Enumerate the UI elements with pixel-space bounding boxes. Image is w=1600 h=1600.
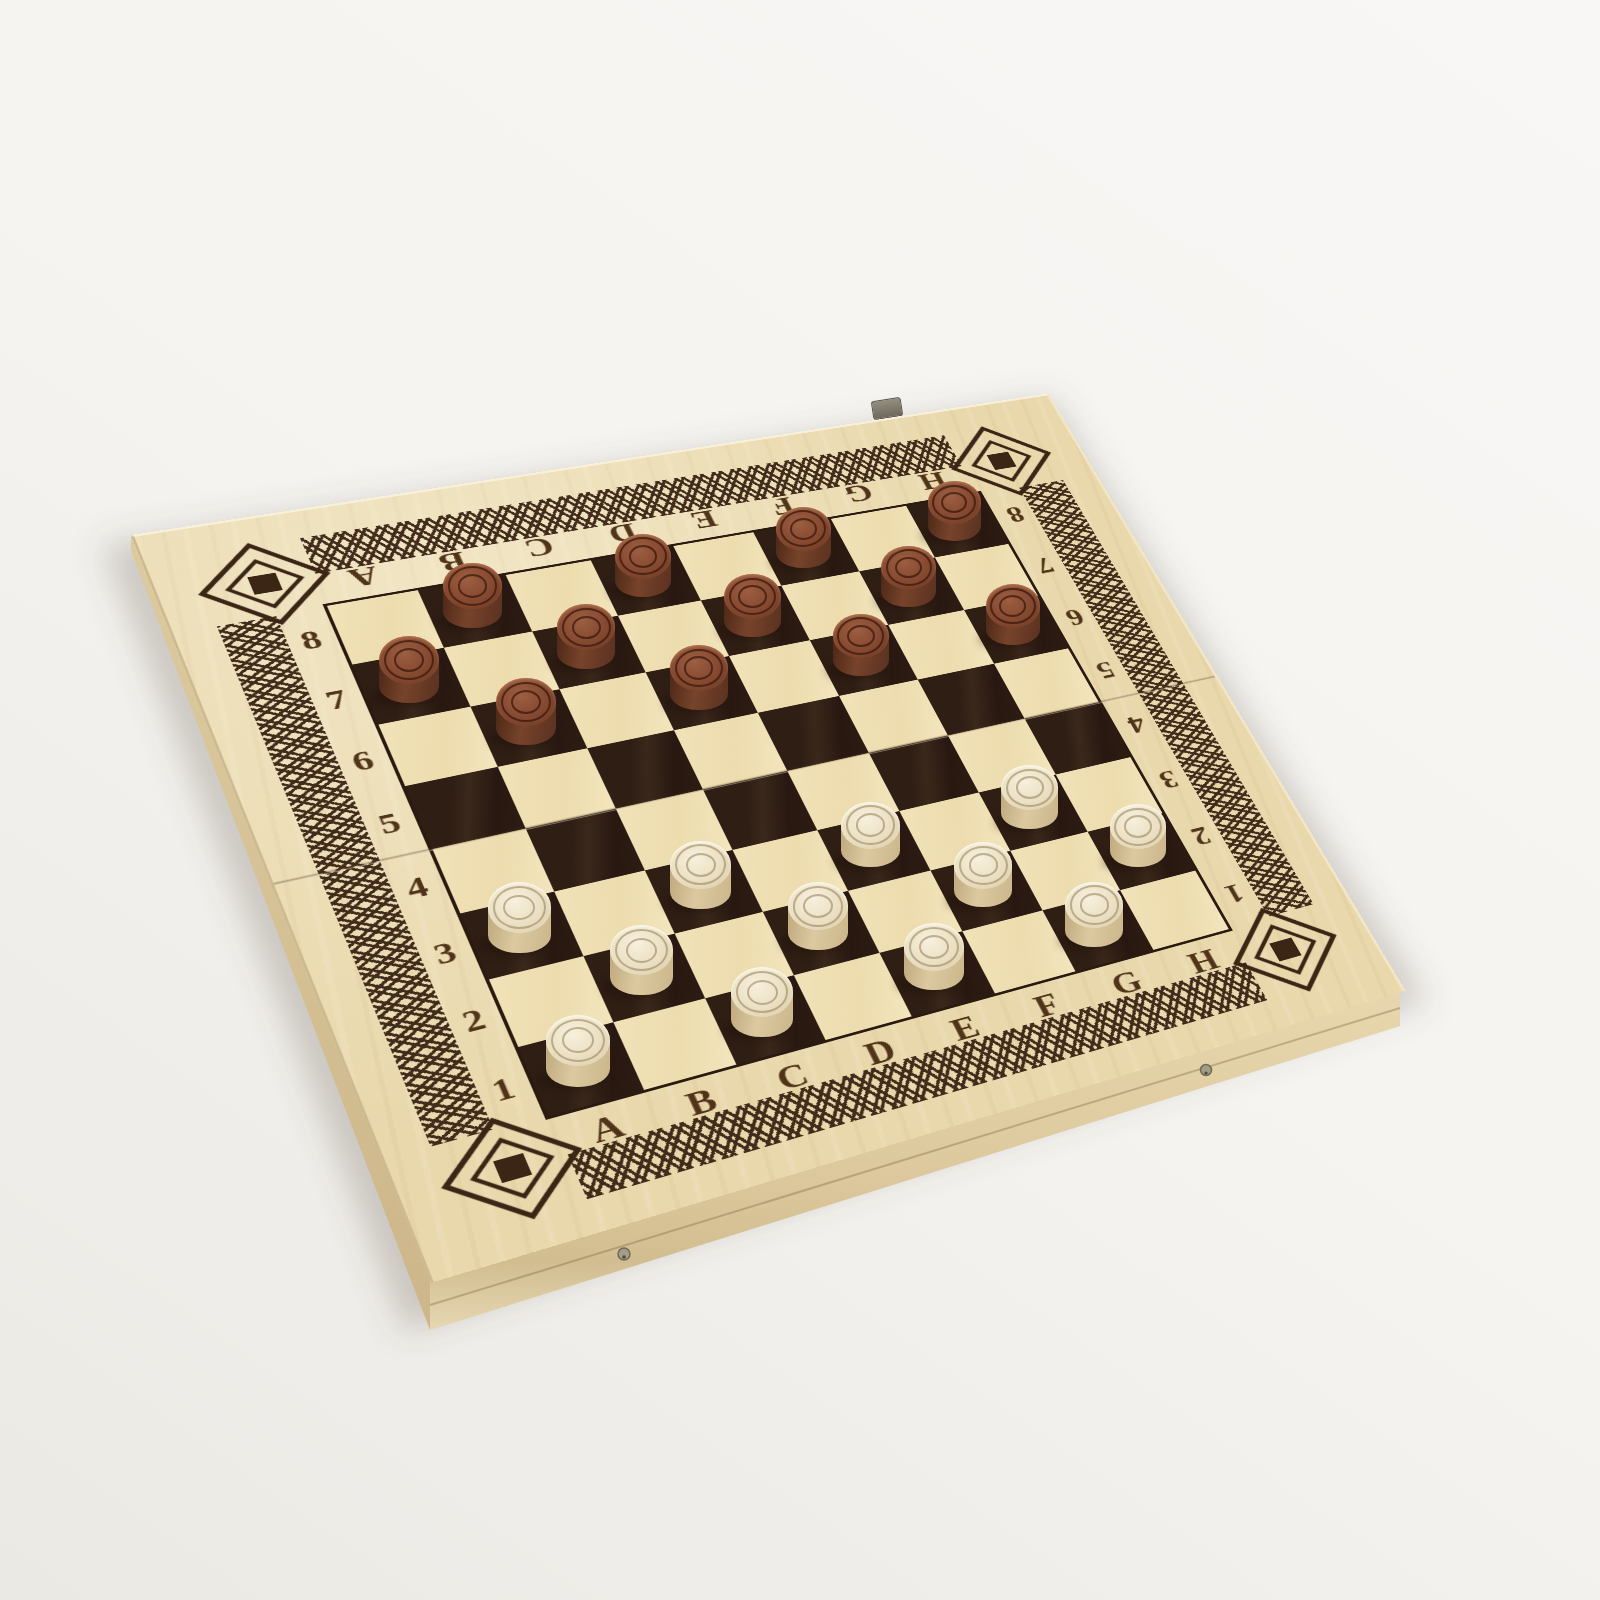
front-screw-2	[1201, 1065, 1212, 1076]
piece-groove-inner	[503, 895, 534, 920]
dark-checker-h6[interactable]	[986, 584, 1040, 645]
dark-checker-e7[interactable]	[724, 574, 780, 637]
piece-groove-inner	[790, 518, 817, 540]
white-checker-f2[interactable]	[954, 842, 1012, 907]
piece-top	[954, 842, 1012, 889]
piece-groove-inner	[458, 574, 487, 597]
piece-top	[610, 925, 672, 975]
dark-checker-b8[interactable]	[443, 563, 501, 628]
piece-groove-inner	[969, 853, 998, 876]
dark-checker-d8[interactable]	[615, 534, 672, 597]
piece-top	[928, 481, 981, 524]
dark-checker-f6[interactable]	[833, 614, 889, 677]
white-checker-e3[interactable]	[841, 802, 900, 868]
piece-top	[496, 678, 556, 726]
front-screw-1	[618, 1248, 630, 1260]
piece-top	[724, 574, 780, 619]
piece-top	[833, 614, 889, 659]
piece-groove-inner	[511, 690, 541, 714]
white-checker-b2[interactable]	[610, 925, 672, 995]
piece-groove-inner	[572, 616, 601, 639]
piece-groove-inner	[626, 938, 657, 963]
piece-groove-inner	[856, 813, 885, 837]
white-checker-a3[interactable]	[488, 882, 551, 952]
piece-groove-inner	[686, 853, 716, 877]
piece-groove-inner	[394, 648, 424, 672]
white-checker-h2[interactable]	[1110, 804, 1167, 867]
piece-top	[546, 1015, 610, 1067]
dark-checker-g7[interactable]	[881, 546, 936, 607]
piece-top	[731, 967, 793, 1017]
piece-top	[443, 563, 501, 610]
dark-checker-f8[interactable]	[776, 507, 831, 568]
white-checker-a1[interactable]	[546, 1015, 610, 1087]
white-checker-c1[interactable]	[731, 967, 793, 1037]
white-checker-g1[interactable]	[1065, 882, 1123, 947]
piece-top	[986, 584, 1040, 627]
piece-top	[670, 841, 731, 890]
dark-checker-c7[interactable]	[557, 604, 615, 669]
dark-checker-a7[interactable]	[379, 636, 439, 703]
piece-top	[615, 534, 672, 579]
piece-top	[670, 645, 728, 691]
white-checker-g3[interactable]	[1001, 765, 1058, 829]
piece-groove-inner	[1080, 893, 1109, 916]
piece-groove-inner	[629, 545, 657, 568]
piece-groove-inner	[747, 980, 778, 1005]
piece-top	[379, 636, 439, 684]
piece-groove-inner	[847, 625, 875, 647]
piece-top	[841, 802, 900, 849]
dark-checker-d6[interactable]	[670, 645, 728, 710]
piece-top	[881, 546, 936, 590]
piece-top	[904, 923, 964, 971]
piece-top	[488, 882, 551, 932]
scene: AABBCCDDEEFFGGHH1122334455667788	[0, 0, 1600, 1600]
white-checker-c3[interactable]	[670, 841, 731, 909]
piece-groove-inner	[738, 585, 766, 608]
dark-checker-h8[interactable]	[928, 481, 981, 541]
white-checker-d2[interactable]	[788, 882, 848, 950]
white-checker-e1[interactable]	[904, 923, 964, 990]
piece-groove-inner	[684, 656, 713, 679]
piece-groove-inner	[1124, 815, 1152, 838]
piece-top	[776, 507, 831, 551]
piece-groove-inner	[919, 935, 949, 959]
piece-groove-inner	[1016, 776, 1044, 799]
dark-checker-b6[interactable]	[496, 678, 556, 745]
